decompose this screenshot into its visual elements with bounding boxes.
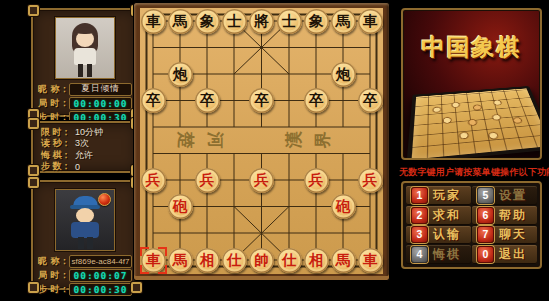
frame-ornament xyxy=(131,282,142,293)
piece-red-soldier[interactable]: 兵 xyxy=(249,168,274,193)
menu-item-chat[interactable]: 7聊天 xyxy=(472,226,537,245)
game-logo-panel: 中国象棋 xyxy=(401,8,542,160)
self-game-timer: 00:00:07 xyxy=(69,269,132,282)
game-time-label: 局 时： xyxy=(38,269,69,282)
boy-leg xyxy=(78,237,84,249)
menu-item-settings[interactable]: 5设置 xyxy=(472,186,537,205)
girl-dress xyxy=(74,48,96,65)
piece-red-horse[interactable]: 馬 xyxy=(331,248,356,273)
piece-red-cannon[interactable]: 砲 xyxy=(168,194,193,219)
self-avatar xyxy=(55,189,115,251)
piece-red-horse[interactable]: 馬 xyxy=(168,248,193,273)
undo-rule-value: 允许 xyxy=(75,149,93,162)
piece-red-elephant[interactable]: 相 xyxy=(304,248,329,273)
key-0[interactable]: 0 xyxy=(477,246,494,263)
piece-red-cannon[interactable]: 砲 xyxy=(331,194,356,219)
girl-leg xyxy=(87,64,92,77)
move-count-value: 0 xyxy=(75,162,80,172)
piece-black-soldier[interactable]: 卒 xyxy=(249,88,274,113)
move-count-label: 步 数： xyxy=(41,160,75,173)
match-settings-panel: 限 时：10分钟 读 秒：3次 悔 棋：允许 步 数：0 xyxy=(31,121,139,173)
xiangqi-board[interactable]: 楚 河 漢 界 車馬象士將士象馬車炮炮卒卒卒卒卒兵兵兵兵兵砲砲車馬相仕帥仕相馬車 xyxy=(133,2,390,281)
menu-hint-text: 无数字键用户请按菜单键操作以下功能 xyxy=(399,166,545,179)
key-4[interactable]: 4 xyxy=(411,246,428,263)
decorative-board-photo xyxy=(407,86,542,160)
menu-item-help[interactable]: 6帮助 xyxy=(472,206,537,225)
piece-black-advisor[interactable]: 士 xyxy=(277,9,302,34)
girl-leg xyxy=(78,64,83,77)
board-field[interactable]: 楚 河 漢 界 車馬象士將士象馬車炮炮卒卒卒卒卒兵兵兵兵兵砲砲車馬相仕帥仕相馬車 xyxy=(140,8,383,274)
piece-black-soldier[interactable]: 卒 xyxy=(141,88,166,113)
game-time-label: 局 时： xyxy=(38,97,69,110)
piece-black-horse[interactable]: 馬 xyxy=(168,9,193,34)
opponent-nickname: 夏日倾情 xyxy=(69,83,132,96)
move-time-label: 步 时： xyxy=(38,283,69,296)
self-panel: 昵 称：sf869e-ac84-4f7 局 时：00:00:07 步 时：00:… xyxy=(31,180,139,290)
opponent-panel: 昵 称：夏日倾情 局 时：00:00:00 步 时：00:00:30 xyxy=(31,8,139,117)
piece-black-soldier[interactable]: 卒 xyxy=(195,88,220,113)
piece-red-soldier[interactable]: 兵 xyxy=(195,168,220,193)
nickname-label: 昵 称： xyxy=(38,255,69,268)
river-text-jie: 界 xyxy=(310,129,336,151)
menu-panel: 1玩家 5设置 2求和 6帮助 3认输 7聊天 4悔棋 0退出 xyxy=(401,181,542,269)
menu-item-players[interactable]: 1玩家 xyxy=(406,186,471,205)
piece-red-chariot[interactable]: 車 xyxy=(358,248,383,273)
self-nickname: sf869e-ac84-4f7 xyxy=(69,255,132,268)
river-text-he: 河 xyxy=(202,129,228,151)
piece-black-chariot[interactable]: 車 xyxy=(141,9,166,34)
rank-medal-icon xyxy=(98,193,111,206)
self-move-timer: 00:00:30 xyxy=(69,283,132,296)
key-6[interactable]: 6 xyxy=(477,207,494,224)
menu-item-undo[interactable]: 4悔棋 xyxy=(406,245,471,264)
frame-ornament xyxy=(28,165,39,176)
frame-ornament xyxy=(28,177,39,188)
key-2[interactable]: 2 xyxy=(411,207,428,224)
piece-black-soldier[interactable]: 卒 xyxy=(358,88,383,113)
opponent-avatar xyxy=(55,17,115,79)
river-text-han: 漢 xyxy=(281,129,307,151)
piece-black-cannon[interactable]: 炮 xyxy=(331,62,356,87)
piece-black-elephant[interactable]: 象 xyxy=(195,9,220,34)
menu-item-quit[interactable]: 0退出 xyxy=(472,245,537,264)
frame-ornament xyxy=(28,282,39,293)
boy-hoodie xyxy=(71,222,99,238)
selected-piece-marker xyxy=(140,247,167,274)
frame-ornament xyxy=(28,118,39,129)
menu-item-resign[interactable]: 3认输 xyxy=(406,226,471,245)
piece-black-elephant[interactable]: 象 xyxy=(304,9,329,34)
key-3[interactable]: 3 xyxy=(411,226,428,243)
piece-red-advisor[interactable]: 仕 xyxy=(222,248,247,273)
piece-red-elephant[interactable]: 相 xyxy=(195,248,220,273)
piece-black-soldier[interactable]: 卒 xyxy=(304,88,329,113)
piece-black-advisor[interactable]: 士 xyxy=(222,9,247,34)
key-1[interactable]: 1 xyxy=(411,187,428,204)
piece-black-cannon[interactable]: 炮 xyxy=(168,62,193,87)
piece-red-soldier[interactable]: 兵 xyxy=(304,168,329,193)
key-7[interactable]: 7 xyxy=(477,226,494,243)
piece-black-chariot[interactable]: 車 xyxy=(358,9,383,34)
piece-red-general[interactable]: 帥 xyxy=(249,248,274,273)
piece-black-general[interactable]: 將 xyxy=(249,9,274,34)
piece-red-soldier[interactable]: 兵 xyxy=(141,168,166,193)
opponent-game-timer: 00:00:00 xyxy=(69,97,132,110)
menu-item-draw[interactable]: 2求和 xyxy=(406,206,471,225)
boy-leg xyxy=(87,237,93,249)
game-title: 中国象棋 xyxy=(403,32,540,63)
boy-face xyxy=(76,208,94,223)
piece-red-soldier[interactable]: 兵 xyxy=(358,168,383,193)
key-5[interactable]: 5 xyxy=(477,187,494,204)
frame-ornament xyxy=(28,5,39,16)
girl-bangs xyxy=(74,27,96,34)
piece-black-horse[interactable]: 馬 xyxy=(331,9,356,34)
nickname-label: 昵 称： xyxy=(38,83,69,96)
piece-red-advisor[interactable]: 仕 xyxy=(277,248,302,273)
river-text-chu: 楚 xyxy=(172,129,198,151)
app-window: 昵 称：夏日倾情 局 时：00:00:00 步 时：00:00:30 限 时：1… xyxy=(0,0,549,301)
